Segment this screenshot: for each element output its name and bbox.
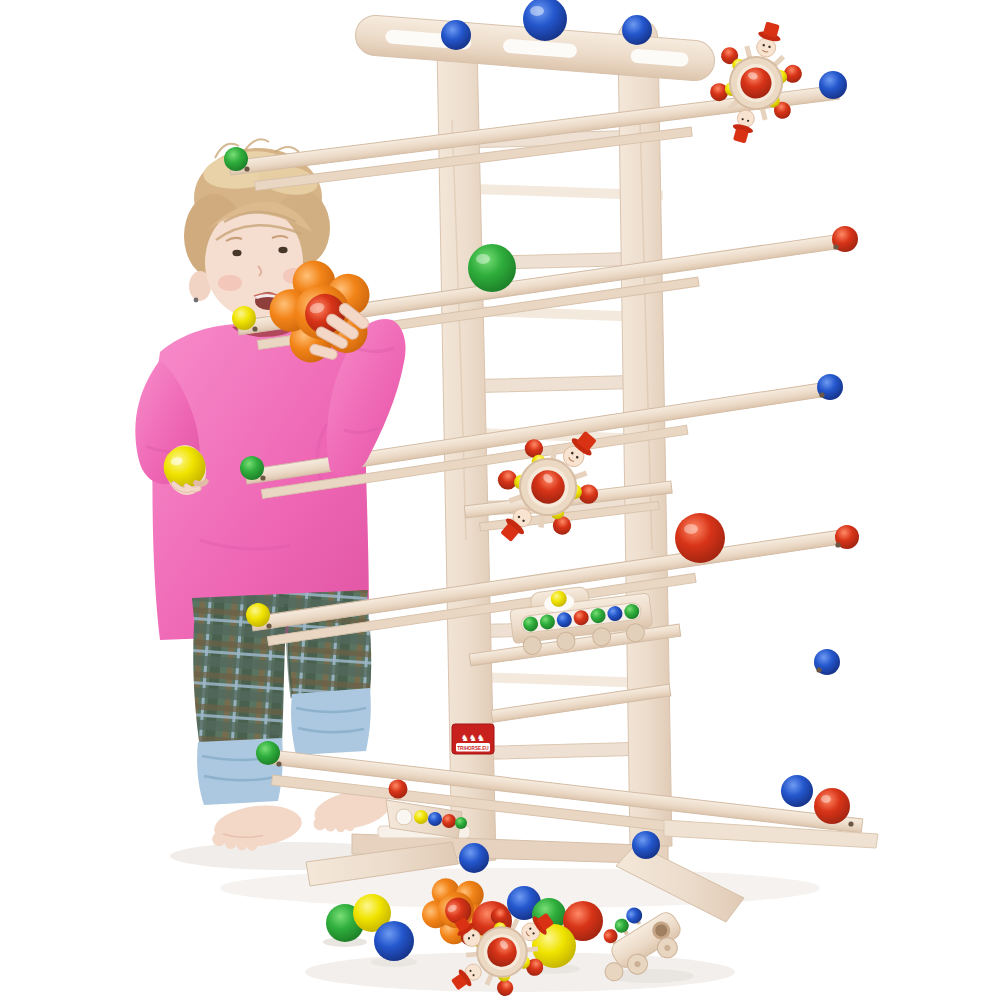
sticker-text: TRIHORSE.EU: [457, 746, 489, 751]
end-cap-yellow-2: [246, 603, 270, 627]
end-cap-green-3: [256, 741, 280, 765]
sticker-horses: ♞♞♞: [461, 733, 485, 743]
brand-sticker: ♞♞♞ TRIHORSE.EU: [452, 724, 494, 754]
blue-screw-dome-top-left: [441, 20, 471, 50]
end-cap-yellow-1: [232, 306, 256, 330]
red-ball-on-track: [675, 513, 725, 563]
green-ball-on-track: [468, 244, 516, 292]
blue-screw-dome-base-right: [632, 831, 660, 859]
rolled-cuff-right: [291, 688, 371, 755]
scene-svg: ♞♞♞ TRIHORSE.EU: [0, 0, 1000, 1000]
blue-screw-dome-base-left: [459, 843, 489, 873]
blue-screw-dome-top-right: [622, 15, 652, 45]
photo-stage: ♞♞♞ TRIHORSE.EU: [0, 0, 1000, 1000]
spinner-top-right: [699, 12, 813, 153]
floor-ball-blue-1: [374, 921, 414, 961]
end-cap-green-2: [240, 456, 264, 480]
end-cap-green-1: [224, 147, 248, 171]
red-ball-bottom-rail: [814, 788, 850, 824]
blue-ball-bottom-rail: [781, 775, 813, 807]
end-cap-blue-1: [819, 71, 847, 99]
